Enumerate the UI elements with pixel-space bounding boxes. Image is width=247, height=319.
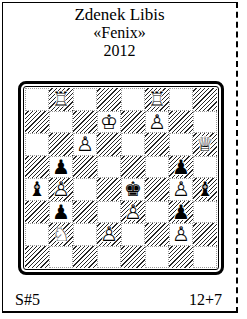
piece-black-pawn: ♟♟ — [170, 201, 192, 223]
square-d5 — [97, 156, 121, 179]
piece-glyph: ♙ — [170, 223, 192, 245]
square-a8 — [25, 88, 49, 111]
source-name: «Fenix» — [3, 24, 236, 42]
square-f3 — [145, 201, 169, 224]
piece-white-pawn: ♟♙ — [50, 178, 72, 200]
square-b2: ♞♘ — [49, 223, 73, 246]
piece-white-pawn: ♟♙ — [74, 133, 96, 155]
square-h6: ♛♕ — [193, 133, 217, 156]
square-g8 — [169, 88, 193, 111]
piece-white-knight: ♞♘ — [50, 223, 72, 245]
square-a1 — [25, 246, 49, 269]
square-d1 — [97, 246, 121, 269]
footer: S#5 12+7 — [15, 291, 222, 309]
square-b6 — [49, 133, 73, 156]
square-d7: ♚♔ — [97, 111, 121, 134]
square-a7 — [25, 111, 49, 134]
square-g6 — [169, 133, 193, 156]
square-a3 — [25, 201, 49, 224]
square-f7: ♟♙ — [145, 111, 169, 134]
square-h8 — [193, 88, 217, 111]
piece-glyph: ♖ — [146, 88, 168, 110]
square-h7 — [193, 111, 217, 134]
chess-board-inner: ♜♖♜♖♚♔♟♙♟♙♛♕♟♟♟♟♝♝♟♙♚♚♟♙♝♝♟♟♟♙♟♟♞♘♟♙♟♙ — [23, 86, 219, 270]
piece-glyph: ♙ — [170, 178, 192, 200]
square-a2 — [25, 223, 49, 246]
square-a6 — [25, 133, 49, 156]
piece-white-pawn: ♟♙ — [170, 223, 192, 245]
square-c8 — [73, 88, 97, 111]
piece-white-pawn: ♟♙ — [98, 223, 120, 245]
square-g4: ♟♙ — [169, 178, 193, 201]
square-f8: ♜♖ — [145, 88, 169, 111]
square-e7 — [121, 111, 145, 134]
square-e5 — [121, 156, 145, 179]
square-d2: ♟♙ — [97, 223, 121, 246]
piece-black-bishop: ♝♝ — [194, 178, 216, 200]
square-g2: ♟♙ — [169, 223, 193, 246]
square-b3: ♟♟ — [49, 201, 73, 224]
square-f5 — [145, 156, 169, 179]
square-e8 — [121, 88, 145, 111]
piece-glyph: ♖ — [50, 88, 72, 110]
square-a5 — [25, 156, 49, 179]
material-count-label: 12+7 — [189, 291, 222, 309]
square-d6 — [97, 133, 121, 156]
square-e2 — [121, 223, 145, 246]
square-f6 — [145, 133, 169, 156]
piece-glyph: ♟ — [170, 201, 192, 223]
piece-glyph: ♙ — [74, 133, 96, 155]
piece-glyph: ♕ — [194, 133, 216, 155]
square-c5 — [73, 156, 97, 179]
square-c7 — [73, 111, 97, 134]
square-e6 — [121, 133, 145, 156]
square-f1 — [145, 246, 169, 269]
square-b7 — [49, 111, 73, 134]
piece-white-rook: ♜♖ — [146, 88, 168, 110]
piece-glyph: ♝ — [194, 178, 216, 200]
square-d4 — [97, 178, 121, 201]
square-e4: ♚♚ — [121, 178, 145, 201]
square-g3: ♟♟ — [169, 201, 193, 224]
piece-glyph: ♙ — [146, 111, 168, 133]
square-c3 — [73, 201, 97, 224]
square-b4: ♟♙ — [49, 178, 73, 201]
square-g1 — [169, 246, 193, 269]
diagram-frame: Zdenek Libis «Fenix» 2012 ♜♖♜♖♚♔♟♙♟♙♛♕♟♟… — [2, 2, 238, 313]
square-c4 — [73, 178, 97, 201]
square-f2 — [145, 223, 169, 246]
caption: Zdenek Libis «Fenix» 2012 — [3, 5, 236, 60]
square-h1 — [193, 246, 217, 269]
piece-black-pawn: ♟♟ — [170, 156, 192, 178]
piece-glyph: ♟ — [50, 201, 72, 223]
square-c1 — [73, 246, 97, 269]
piece-white-king: ♚♔ — [98, 111, 120, 133]
square-d3 — [97, 201, 121, 224]
chess-board: ♜♖♜♖♚♔♟♙♟♙♛♕♟♟♟♟♝♝♟♙♚♚♟♙♝♝♟♟♟♙♟♟♞♘♟♙♟♙ — [18, 81, 224, 275]
board-grid: ♜♖♜♖♚♔♟♙♟♙♛♕♟♟♟♟♝♝♟♙♚♚♟♙♝♝♟♟♟♙♟♟♞♘♟♙♟♙ — [25, 88, 217, 268]
square-h5 — [193, 156, 217, 179]
square-f4 — [145, 178, 169, 201]
square-h2 — [193, 223, 217, 246]
author-name: Zdenek Libis — [3, 5, 236, 24]
piece-white-pawn: ♟♙ — [170, 178, 192, 200]
piece-black-pawn: ♟♟ — [50, 201, 72, 223]
square-d8 — [97, 88, 121, 111]
square-h3 — [193, 201, 217, 224]
square-a4: ♝♝ — [25, 178, 49, 201]
square-g7 — [169, 111, 193, 134]
piece-glyph: ♝ — [26, 178, 48, 200]
piece-glyph: ♟ — [50, 156, 72, 178]
piece-white-pawn: ♟♙ — [122, 201, 144, 223]
piece-white-rook: ♜♖ — [50, 88, 72, 110]
piece-white-pawn: ♟♙ — [146, 111, 168, 133]
piece-black-king: ♚♚ — [122, 178, 144, 200]
piece-black-pawn: ♟♟ — [50, 156, 72, 178]
piece-glyph: ♙ — [98, 223, 120, 245]
piece-glyph: ♘ — [50, 223, 72, 245]
piece-white-queen: ♛♕ — [194, 133, 216, 155]
page: Zdenek Libis «Fenix» 2012 ♜♖♜♖♚♔♟♙♟♙♛♕♟♟… — [0, 0, 247, 319]
piece-glyph: ♙ — [50, 178, 72, 200]
stipulation-label: S#5 — [15, 291, 40, 309]
piece-glyph: ♟ — [170, 156, 192, 178]
square-h4: ♝♝ — [193, 178, 217, 201]
piece-glyph: ♔ — [98, 111, 120, 133]
square-c6: ♟♙ — [73, 133, 97, 156]
square-g5: ♟♟ — [169, 156, 193, 179]
square-e3: ♟♙ — [121, 201, 145, 224]
square-b1 — [49, 246, 73, 269]
square-b5: ♟♟ — [49, 156, 73, 179]
piece-black-bishop: ♝♝ — [26, 178, 48, 200]
square-e1 — [121, 246, 145, 269]
publication-year: 2012 — [3, 42, 236, 60]
square-b8: ♜♖ — [49, 88, 73, 111]
piece-glyph: ♚ — [122, 178, 144, 200]
piece-glyph: ♙ — [122, 201, 144, 223]
square-c2 — [73, 223, 97, 246]
